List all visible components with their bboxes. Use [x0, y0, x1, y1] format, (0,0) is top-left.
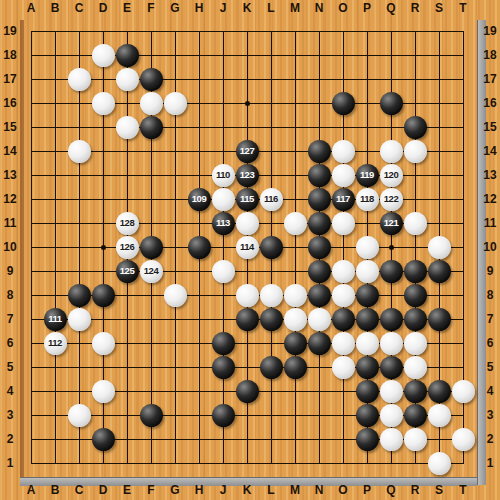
col-label-bottom-N: N	[310, 483, 328, 497]
col-label-bottom-Q: Q	[382, 483, 400, 497]
col-label-bottom-F: F	[142, 483, 160, 497]
move-number: 112	[48, 338, 62, 348]
col-label-bottom-M: M	[286, 483, 304, 497]
col-label-top-R: R	[406, 1, 424, 15]
stone-white-P12: 118	[356, 188, 379, 211]
col-label-bottom-J: J	[214, 483, 232, 497]
stone-white-J12	[212, 188, 235, 211]
move-number: 110	[216, 170, 230, 180]
move-number: 120	[384, 170, 398, 180]
stone-white-Q13: 120	[380, 164, 403, 187]
stone-white-C17	[68, 68, 91, 91]
col-label-top-J: J	[214, 1, 232, 15]
stone-black-K12: 115	[236, 188, 259, 211]
stone-black-Q11: 121	[380, 212, 403, 235]
stone-white-C3	[68, 404, 91, 427]
stone-white-J13: 110	[212, 164, 235, 187]
row-label-right-3: 3	[480, 408, 500, 422]
move-number: 127	[240, 146, 254, 156]
col-label-top-L: L	[262, 1, 280, 15]
stone-black-M5	[284, 356, 307, 379]
stone-black-P13: 119	[356, 164, 379, 187]
move-number: 123	[240, 170, 254, 180]
stone-white-D18	[92, 44, 115, 67]
row-label-left-2: 2	[0, 432, 20, 446]
row-label-left-15: 15	[0, 120, 20, 134]
stone-black-P5	[356, 356, 379, 379]
stone-black-R3	[404, 404, 427, 427]
stone-black-F10	[140, 236, 163, 259]
row-label-left-4: 4	[0, 384, 20, 398]
move-number: 126	[120, 242, 134, 252]
move-number: 114	[240, 242, 254, 252]
stone-white-S3	[428, 404, 451, 427]
stone-white-O8	[332, 284, 355, 307]
col-label-bottom-A: A	[22, 483, 40, 497]
row-label-right-2: 2	[480, 432, 500, 446]
stone-black-D8	[92, 284, 115, 307]
stone-black-E9: 125	[116, 260, 139, 283]
col-label-top-P: P	[358, 1, 376, 15]
move-number: 109	[192, 194, 206, 204]
stone-black-R9	[404, 260, 427, 283]
row-label-left-6: 6	[0, 336, 20, 350]
stone-black-Q7	[380, 308, 403, 331]
stone-black-S7	[428, 308, 451, 331]
row-label-left-1: 1	[0, 456, 20, 470]
stone-black-J3	[212, 404, 235, 427]
col-label-bottom-K: K	[238, 483, 256, 497]
move-number: 116	[264, 194, 278, 204]
stone-white-L12: 116	[260, 188, 283, 211]
stone-white-O14	[332, 140, 355, 163]
stone-black-E18	[116, 44, 139, 67]
row-label-left-8: 8	[0, 288, 20, 302]
stone-white-Q4	[380, 380, 403, 403]
stone-white-O11	[332, 212, 355, 235]
row-label-right-18: 18	[480, 48, 500, 62]
row-label-left-14: 14	[0, 144, 20, 158]
col-label-bottom-E: E	[118, 483, 136, 497]
row-label-left-12: 12	[0, 192, 20, 206]
stone-white-E17	[116, 68, 139, 91]
stone-white-E15	[116, 116, 139, 139]
row-label-right-11: 11	[480, 216, 500, 230]
stone-white-N7	[308, 308, 331, 331]
stone-white-O13	[332, 164, 355, 187]
stone-black-L10	[260, 236, 283, 259]
stone-white-G8	[164, 284, 187, 307]
move-number: 111	[48, 314, 61, 324]
col-label-top-F: F	[142, 1, 160, 15]
col-label-bottom-O: O	[334, 483, 352, 497]
stone-black-L5	[260, 356, 283, 379]
col-label-top-B: B	[46, 1, 64, 15]
stone-white-Q2	[380, 428, 403, 451]
stone-white-R2	[404, 428, 427, 451]
stone-white-P9	[356, 260, 379, 283]
stone-white-C14	[68, 140, 91, 163]
stone-white-Q6	[380, 332, 403, 355]
stone-white-Q14	[380, 140, 403, 163]
stone-black-N12	[308, 188, 331, 211]
stone-black-N9	[308, 260, 331, 283]
stone-black-M6	[284, 332, 307, 355]
stone-black-R15	[404, 116, 427, 139]
col-label-bottom-G: G	[166, 483, 184, 497]
row-label-right-8: 8	[480, 288, 500, 302]
stones-layer: 1271101231191201091151161171181221281131…	[19, 19, 475, 475]
stone-black-J6	[212, 332, 235, 355]
stone-black-N14	[308, 140, 331, 163]
row-label-right-1: 1	[480, 456, 500, 470]
stone-black-F15	[140, 116, 163, 139]
stone-black-R4	[404, 380, 427, 403]
col-label-bottom-T: T	[454, 483, 472, 497]
row-label-left-11: 11	[0, 216, 20, 230]
stone-black-R8	[404, 284, 427, 307]
col-label-top-Q: Q	[382, 1, 400, 15]
stone-white-R5	[404, 356, 427, 379]
stone-white-K11	[236, 212, 259, 235]
stone-white-D4	[92, 380, 115, 403]
move-number: 128	[120, 218, 134, 228]
stone-white-S1	[428, 452, 451, 475]
stone-black-K14: 127	[236, 140, 259, 163]
move-number: 115	[240, 194, 254, 204]
col-label-top-M: M	[286, 1, 304, 15]
stone-white-F9: 124	[140, 260, 163, 283]
stone-black-H10	[188, 236, 211, 259]
stone-black-L7	[260, 308, 283, 331]
row-label-right-10: 10	[480, 240, 500, 254]
stone-black-F17	[140, 68, 163, 91]
stone-black-P8	[356, 284, 379, 307]
stone-white-D16	[92, 92, 115, 115]
stone-white-G16	[164, 92, 187, 115]
stone-white-F16	[140, 92, 163, 115]
stone-white-T4	[452, 380, 475, 403]
row-label-right-13: 13	[480, 168, 500, 182]
stone-white-M8	[284, 284, 307, 307]
col-label-bottom-L: L	[262, 483, 280, 497]
stone-white-J9	[212, 260, 235, 283]
stone-black-Q9	[380, 260, 403, 283]
stone-black-N6	[308, 332, 331, 355]
stone-black-N10	[308, 236, 331, 259]
move-number: 119	[360, 170, 374, 180]
stone-white-Q12: 122	[380, 188, 403, 211]
stone-black-O7	[332, 308, 355, 331]
stone-white-L8	[260, 284, 283, 307]
col-label-top-C: C	[70, 1, 88, 15]
stone-white-S10	[428, 236, 451, 259]
col-label-top-D: D	[94, 1, 112, 15]
stone-black-R7	[404, 308, 427, 331]
stone-white-C7	[68, 308, 91, 331]
stone-white-K8	[236, 284, 259, 307]
row-label-right-6: 6	[480, 336, 500, 350]
col-label-top-G: G	[166, 1, 184, 15]
row-label-left-7: 7	[0, 312, 20, 326]
row-label-left-17: 17	[0, 72, 20, 86]
col-label-bottom-S: S	[430, 483, 448, 497]
col-label-top-N: N	[310, 1, 328, 15]
stone-black-S9	[428, 260, 451, 283]
move-number: 121	[384, 218, 398, 228]
stone-black-N8	[308, 284, 331, 307]
stone-black-J11: 113	[212, 212, 235, 235]
row-label-left-9: 9	[0, 264, 20, 278]
stone-black-O16	[332, 92, 355, 115]
stone-white-R11	[404, 212, 427, 235]
col-label-bottom-C: C	[70, 483, 88, 497]
col-label-top-S: S	[430, 1, 448, 15]
col-label-bottom-D: D	[94, 483, 112, 497]
row-label-right-14: 14	[480, 144, 500, 158]
stone-black-K4	[236, 380, 259, 403]
stone-black-J5	[212, 356, 235, 379]
row-label-right-9: 9	[480, 264, 500, 278]
col-label-top-K: K	[238, 1, 256, 15]
move-number: 118	[360, 194, 374, 204]
row-label-left-5: 5	[0, 360, 20, 374]
stone-black-P2	[356, 428, 379, 451]
row-label-left-13: 13	[0, 168, 20, 182]
stone-white-T2	[452, 428, 475, 451]
stone-white-D6	[92, 332, 115, 355]
stone-black-P7	[356, 308, 379, 331]
stone-white-O9	[332, 260, 355, 283]
stone-white-P10	[356, 236, 379, 259]
move-number: 122	[384, 194, 398, 204]
stone-black-N11	[308, 212, 331, 235]
row-label-right-12: 12	[480, 192, 500, 206]
stone-black-P3	[356, 404, 379, 427]
stone-black-H12: 109	[188, 188, 211, 211]
stone-black-K7	[236, 308, 259, 331]
stone-black-P4	[356, 380, 379, 403]
row-label-right-4: 4	[480, 384, 500, 398]
stone-black-N13	[308, 164, 331, 187]
stone-white-E10: 126	[116, 236, 139, 259]
col-label-top-T: T	[454, 1, 472, 15]
stone-white-Q3	[380, 404, 403, 427]
stone-black-B7: 111	[44, 308, 67, 331]
stone-black-F3	[140, 404, 163, 427]
move-number: 124	[144, 266, 158, 276]
col-label-top-E: E	[118, 1, 136, 15]
stone-white-M7	[284, 308, 307, 331]
col-label-bottom-B: B	[46, 483, 64, 497]
stone-white-R14	[404, 140, 427, 163]
stone-white-O6	[332, 332, 355, 355]
row-label-right-15: 15	[480, 120, 500, 134]
row-label-right-16: 16	[480, 96, 500, 110]
move-number: 113	[216, 218, 230, 228]
go-board-screen: 1271101231191201091151161171181221281131…	[0, 0, 500, 500]
row-label-right-7: 7	[480, 312, 500, 326]
row-label-left-18: 18	[0, 48, 20, 62]
stone-white-B6: 112	[44, 332, 67, 355]
stone-black-C8	[68, 284, 91, 307]
stone-white-M11	[284, 212, 307, 235]
stone-black-Q5	[380, 356, 403, 379]
stone-black-O12: 117	[332, 188, 355, 211]
stone-black-D2	[92, 428, 115, 451]
row-label-right-5: 5	[480, 360, 500, 374]
stone-black-S4	[428, 380, 451, 403]
col-label-bottom-R: R	[406, 483, 424, 497]
move-number: 117	[336, 194, 350, 204]
row-label-left-3: 3	[0, 408, 20, 422]
stone-white-K10: 114	[236, 236, 259, 259]
col-label-top-H: H	[190, 1, 208, 15]
col-label-top-O: O	[334, 1, 352, 15]
stone-white-P6	[356, 332, 379, 355]
stone-white-E11: 128	[116, 212, 139, 235]
stone-white-O5	[332, 356, 355, 379]
row-label-left-19: 19	[0, 24, 20, 38]
row-label-right-17: 17	[480, 72, 500, 86]
row-label-right-19: 19	[480, 24, 500, 38]
stone-black-K13: 123	[236, 164, 259, 187]
stone-white-R6	[404, 332, 427, 355]
col-label-bottom-H: H	[190, 483, 208, 497]
row-label-left-16: 16	[0, 96, 20, 110]
row-label-left-10: 10	[0, 240, 20, 254]
col-label-bottom-P: P	[358, 483, 376, 497]
col-label-top-A: A	[22, 1, 40, 15]
move-number: 125	[120, 266, 134, 276]
stone-black-Q16	[380, 92, 403, 115]
